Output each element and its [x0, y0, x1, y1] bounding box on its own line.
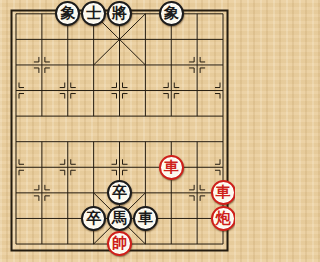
red-chariot[interactable]: 車: [211, 180, 235, 205]
black-advisor[interactable]: 士: [81, 1, 106, 26]
black-general[interactable]: 將: [107, 1, 132, 26]
black-elephant[interactable]: 象: [159, 1, 184, 26]
red-general[interactable]: 帥: [107, 231, 132, 256]
red-chariot[interactable]: 車: [159, 155, 184, 180]
red-cannon[interactable]: 炮: [211, 206, 235, 231]
xiangqi-board: 象士將象車卒車卒馬車炮帥: [0, 0, 235, 262]
black-soldier[interactable]: 卒: [107, 180, 132, 205]
black-elephant[interactable]: 象: [55, 1, 80, 26]
black-chariot[interactable]: 車: [133, 206, 158, 231]
black-horse[interactable]: 馬: [107, 206, 132, 231]
black-soldier[interactable]: 卒: [81, 206, 106, 231]
board-grid[interactable]: 象士將象車卒車卒馬車炮帥: [3, 1, 235, 257]
